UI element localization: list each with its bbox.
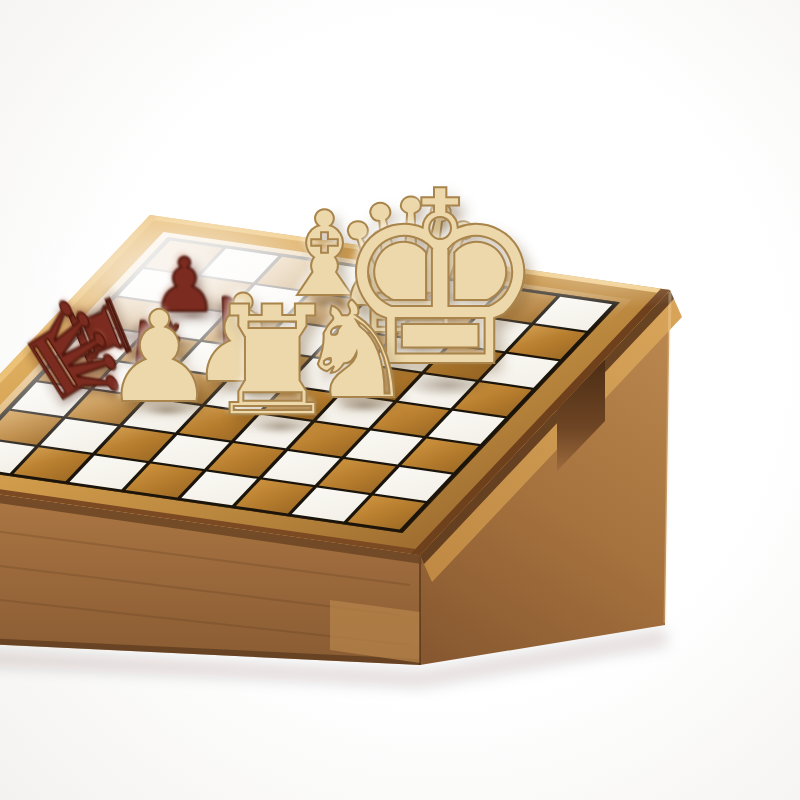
photo-stage: ♝♟♛♚♞♟♜♟♟♟♞♜♛ xyxy=(0,0,800,800)
chess-piece-white-rook: ♜ xyxy=(204,287,340,439)
pieces-layer: ♝♟♛♚♞♟♜♟♟♟♞♜♛ xyxy=(0,0,800,800)
chess-piece-white-pawn: ♟ xyxy=(103,295,216,421)
